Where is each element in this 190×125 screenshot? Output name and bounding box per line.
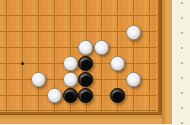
black-stone: ●: [78, 88, 93, 103]
panel-tick-mark: [181, 17, 183, 19]
white-stone: ○: [47, 88, 62, 103]
side-panel: [172, 0, 190, 124]
panel-tick-mark: [181, 77, 183, 79]
panel-tick-mark: [181, 92, 183, 94]
screen: ○○○○●○○○●○○●●●: [0, 0, 190, 124]
black-stone: ●: [110, 88, 125, 103]
board-right-margin: [162, 0, 173, 124]
panel-tick-mark: [181, 122, 183, 124]
white-stone: ○: [126, 72, 141, 87]
panel-tick-mark: [181, 62, 183, 64]
panel-tick-mark: [181, 2, 183, 4]
black-stone: ●: [63, 88, 78, 103]
star-point: [21, 62, 24, 65]
white-stone: ○: [63, 56, 78, 71]
black-stone: ●: [78, 56, 93, 71]
board-grid[interactable]: ○○○○●○○○●○○●●●: [0, 0, 157, 119]
panel-tick-mark: [181, 107, 183, 109]
white-stone: ○: [126, 25, 141, 40]
white-stone: ○: [94, 40, 109, 55]
white-stone: ○: [63, 72, 78, 87]
board-bottom-margin: [0, 115, 162, 125]
white-stone: ○: [78, 40, 93, 55]
white-stone: ○: [110, 56, 125, 71]
panel-tick-mark: [181, 32, 183, 34]
panel-tick-mark: [181, 47, 183, 49]
white-stone: ○: [31, 72, 46, 87]
black-stone: ●: [78, 72, 93, 87]
go-board[interactable]: ○○○○●○○○●○○●●●: [0, 0, 172, 124]
